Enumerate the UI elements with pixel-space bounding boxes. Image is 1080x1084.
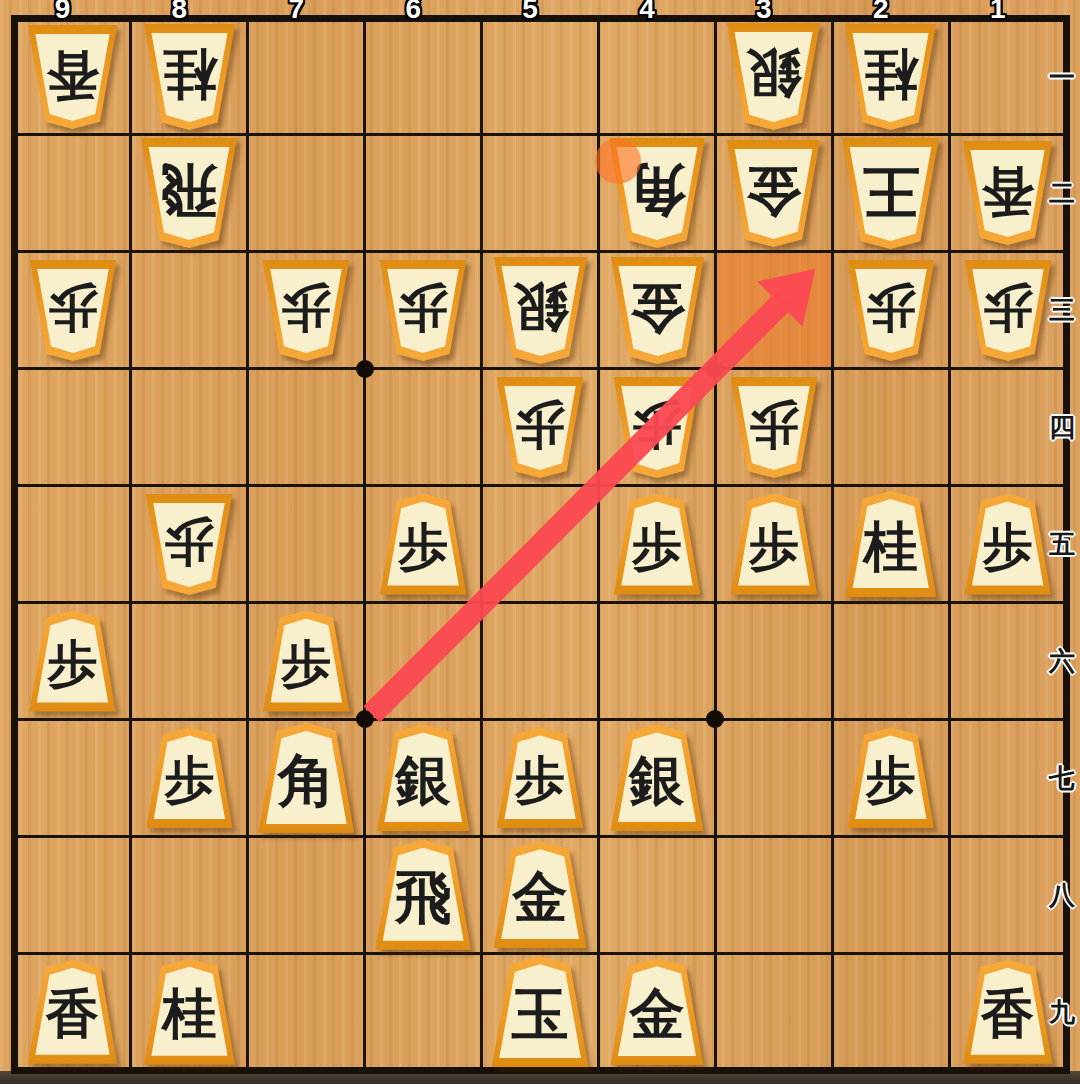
square-61[interactable] xyxy=(367,20,480,133)
koma-25-sente[interactable]: 桂 xyxy=(842,491,939,597)
koma-body: 桂 xyxy=(141,959,238,1065)
koma-body: 歩 xyxy=(27,611,119,712)
square-62[interactable] xyxy=(367,137,480,250)
koma-53-gote[interactable]: 銀 xyxy=(491,257,590,364)
koma-body: 飛 xyxy=(372,840,474,950)
square-51[interactable] xyxy=(484,20,597,133)
koma-glyph: 飛 xyxy=(138,142,240,239)
koma-glyph: 角 xyxy=(255,733,357,830)
koma-body: 歩 xyxy=(845,727,937,828)
koma-glyph: 歩 xyxy=(143,736,235,825)
koma-glyph: 歩 xyxy=(962,263,1054,352)
koma-23-gote[interactable]: 歩 xyxy=(845,260,937,361)
koma-glyph: 歩 xyxy=(260,620,352,709)
koma-glyph: 歩 xyxy=(494,380,586,469)
square-46[interactable] xyxy=(601,605,714,718)
square-56[interactable] xyxy=(484,605,597,718)
file-label-9: 9 xyxy=(39,0,87,23)
koma-body: 桂 xyxy=(141,24,238,130)
koma-body: 歩 xyxy=(494,727,586,828)
square-48[interactable] xyxy=(601,838,714,951)
koma-99-sente[interactable]: 香 xyxy=(25,960,120,1064)
koma-body: 歩 xyxy=(27,260,119,361)
square-95[interactable] xyxy=(16,488,129,601)
koma-body: 香 xyxy=(25,25,120,129)
file-label-1: 1 xyxy=(974,0,1022,23)
koma-glyph: 桂 xyxy=(141,968,238,1061)
koma-77-sente[interactable]: 角 xyxy=(255,723,357,833)
square-37[interactable] xyxy=(717,721,830,834)
file-label-5: 5 xyxy=(506,0,554,23)
shogi-app: 987654321一二三四五六七八九香桂銀桂飛角金王香歩歩歩銀金歩歩歩歩歩歩歩歩… xyxy=(0,0,1080,1084)
koma-glyph: 飛 xyxy=(372,850,474,947)
koma-glyph: 金 xyxy=(491,851,590,945)
koma-glyph: 桂 xyxy=(141,27,238,120)
koma-glyph: 歩 xyxy=(728,380,820,469)
koma-glyph: 香 xyxy=(960,145,1055,237)
koma-76-sente[interactable]: 歩 xyxy=(260,611,352,712)
koma-glyph: 歩 xyxy=(27,620,119,709)
square-98[interactable] xyxy=(16,838,129,951)
koma-59-sente[interactable]: 玉 xyxy=(489,956,592,1067)
koma-body: 歩 xyxy=(260,260,352,361)
marker-dot-42 xyxy=(595,138,641,184)
koma-glyph: 歩 xyxy=(143,497,235,586)
koma-body: 王 xyxy=(839,138,942,249)
koma-12-gote[interactable]: 香 xyxy=(960,141,1055,245)
square-66[interactable] xyxy=(367,605,480,718)
rank-label-1: 一 xyxy=(1044,62,1080,92)
koma-44-gote[interactable]: 歩 xyxy=(611,377,703,478)
koma-65-sente[interactable]: 歩 xyxy=(377,494,469,595)
koma-body: 金 xyxy=(724,140,823,247)
square-88[interactable] xyxy=(133,838,246,951)
square-38[interactable] xyxy=(717,838,830,951)
koma-45-sente[interactable]: 歩 xyxy=(611,494,703,595)
square-28[interactable] xyxy=(834,838,947,951)
koma-glyph: 桂 xyxy=(842,27,939,120)
koma-body: 歩 xyxy=(377,494,469,595)
koma-glyph: 歩 xyxy=(377,263,469,352)
koma-body: 飛 xyxy=(138,138,240,248)
koma-87-sente[interactable]: 歩 xyxy=(143,727,235,828)
square-36[interactable] xyxy=(717,605,830,718)
koma-glyph: 歩 xyxy=(27,263,119,352)
square-94[interactable] xyxy=(16,371,129,484)
rank-label-7: 七 xyxy=(1044,763,1080,793)
file-label-2: 2 xyxy=(857,0,905,23)
koma-27-sente[interactable]: 歩 xyxy=(845,727,937,828)
koma-body: 歩 xyxy=(143,727,235,828)
koma-body: 桂 xyxy=(842,24,939,130)
koma-body: 歩 xyxy=(611,494,703,595)
koma-glyph: 金 xyxy=(608,260,707,354)
rank-label-8: 八 xyxy=(1044,880,1080,910)
koma-glyph: 歩 xyxy=(728,503,820,592)
koma-body: 金 xyxy=(608,958,707,1065)
koma-35-sente[interactable]: 歩 xyxy=(728,494,820,595)
koma-glyph: 銀 xyxy=(491,260,590,354)
koma-glyph: 歩 xyxy=(845,263,937,352)
koma-glyph: 金 xyxy=(724,143,823,237)
square-24[interactable] xyxy=(834,371,947,484)
file-label-3: 3 xyxy=(740,0,788,23)
koma-34-gote[interactable]: 歩 xyxy=(728,377,820,478)
highlight-square-33 xyxy=(717,253,831,367)
koma-body: 銀 xyxy=(374,724,473,831)
file-label-6: 6 xyxy=(389,0,437,23)
koma-glyph: 金 xyxy=(608,968,707,1062)
file-label-8: 8 xyxy=(155,0,203,23)
koma-96-sente[interactable]: 歩 xyxy=(27,611,119,712)
rank-label-4: 四 xyxy=(1044,412,1080,442)
koma-13-gote[interactable]: 歩 xyxy=(962,260,1054,361)
koma-glyph: 歩 xyxy=(962,503,1054,592)
koma-body: 銀 xyxy=(724,23,823,130)
square-29[interactable] xyxy=(834,955,947,1068)
koma-19-sente[interactable]: 香 xyxy=(960,960,1055,1064)
koma-89-sente[interactable]: 桂 xyxy=(141,959,238,1065)
star-point xyxy=(356,360,374,378)
koma-glyph: 歩 xyxy=(611,380,703,469)
koma-body: 香 xyxy=(25,960,120,1064)
koma-21-gote[interactable]: 桂 xyxy=(842,24,939,130)
square-83[interactable] xyxy=(133,254,246,367)
koma-81-gote[interactable]: 桂 xyxy=(141,24,238,130)
square-69[interactable] xyxy=(367,955,480,1068)
square-97[interactable] xyxy=(16,721,129,834)
koma-82-gote[interactable]: 飛 xyxy=(138,138,240,248)
file-label-4: 4 xyxy=(623,0,671,23)
koma-22-gote[interactable]: 王 xyxy=(839,138,942,249)
square-41[interactable] xyxy=(601,20,714,133)
koma-body: 香 xyxy=(960,960,1055,1064)
koma-body: 金 xyxy=(491,841,590,948)
koma-glyph: 銀 xyxy=(608,734,707,828)
koma-body: 銀 xyxy=(491,257,590,364)
koma-body: 歩 xyxy=(845,260,937,361)
koma-body: 歩 xyxy=(962,260,1054,361)
square-86[interactable] xyxy=(133,605,246,718)
square-39[interactable] xyxy=(717,955,830,1068)
koma-body: 玉 xyxy=(489,956,592,1067)
koma-31-gote[interactable]: 銀 xyxy=(724,23,823,130)
koma-glyph: 玉 xyxy=(489,966,592,1064)
koma-glyph: 香 xyxy=(25,969,120,1061)
koma-body: 歩 xyxy=(260,611,352,712)
koma-body: 香 xyxy=(960,141,1055,245)
square-92[interactable] xyxy=(16,137,129,250)
koma-glyph: 桂 xyxy=(842,501,939,594)
koma-glyph: 香 xyxy=(960,969,1055,1061)
koma-54-gote[interactable]: 歩 xyxy=(494,377,586,478)
square-55[interactable] xyxy=(484,488,597,601)
koma-85-gote[interactable]: 歩 xyxy=(143,494,235,595)
koma-glyph: 銀 xyxy=(724,26,823,120)
koma-body: 角 xyxy=(255,723,357,833)
koma-glyph: 歩 xyxy=(494,736,586,825)
square-78[interactable] xyxy=(250,838,363,951)
square-71[interactable] xyxy=(250,20,363,133)
koma-glyph: 王 xyxy=(839,141,942,239)
koma-15-sente[interactable]: 歩 xyxy=(962,494,1054,595)
koma-body: 歩 xyxy=(962,494,1054,595)
koma-body: 銀 xyxy=(608,724,707,831)
square-75[interactable] xyxy=(250,488,363,601)
koma-body: 歩 xyxy=(611,377,703,478)
koma-body: 歩 xyxy=(143,494,235,595)
square-84[interactable] xyxy=(133,371,246,484)
koma-body: 歩 xyxy=(728,494,820,595)
koma-body: 歩 xyxy=(377,260,469,361)
koma-91-gote[interactable]: 香 xyxy=(25,25,120,129)
koma-68-sente[interactable]: 飛 xyxy=(372,840,474,950)
koma-glyph: 歩 xyxy=(260,263,352,352)
koma-body: 歩 xyxy=(494,377,586,478)
square-26[interactable] xyxy=(834,605,947,718)
koma-43-gote[interactable]: 金 xyxy=(608,257,707,364)
koma-glyph: 歩 xyxy=(611,503,703,592)
koma-body: 歩 xyxy=(728,377,820,478)
koma-47-sente[interactable]: 銀 xyxy=(608,724,707,831)
square-52[interactable] xyxy=(484,137,597,250)
square-74[interactable] xyxy=(250,371,363,484)
square-72[interactable] xyxy=(250,137,363,250)
koma-body: 桂 xyxy=(842,491,939,597)
koma-49-sente[interactable]: 金 xyxy=(608,958,707,1065)
koma-67-sente[interactable]: 銀 xyxy=(374,724,473,831)
koma-body: 金 xyxy=(608,257,707,364)
koma-glyph: 銀 xyxy=(374,734,473,828)
file-label-7: 7 xyxy=(272,0,320,23)
koma-glyph: 歩 xyxy=(845,736,937,825)
koma-63-gote[interactable]: 歩 xyxy=(377,260,469,361)
koma-58-sente[interactable]: 金 xyxy=(491,841,590,948)
square-79[interactable] xyxy=(250,955,363,1068)
koma-93-gote[interactable]: 歩 xyxy=(27,260,119,361)
rank-label-6: 六 xyxy=(1044,646,1080,676)
koma-glyph: 香 xyxy=(25,28,120,120)
square-64[interactable] xyxy=(367,371,480,484)
star-point xyxy=(356,710,374,728)
koma-glyph: 歩 xyxy=(377,503,469,592)
koma-57-sente[interactable]: 歩 xyxy=(494,727,586,828)
koma-73-gote[interactable]: 歩 xyxy=(260,260,352,361)
koma-32-gote[interactable]: 金 xyxy=(724,140,823,247)
